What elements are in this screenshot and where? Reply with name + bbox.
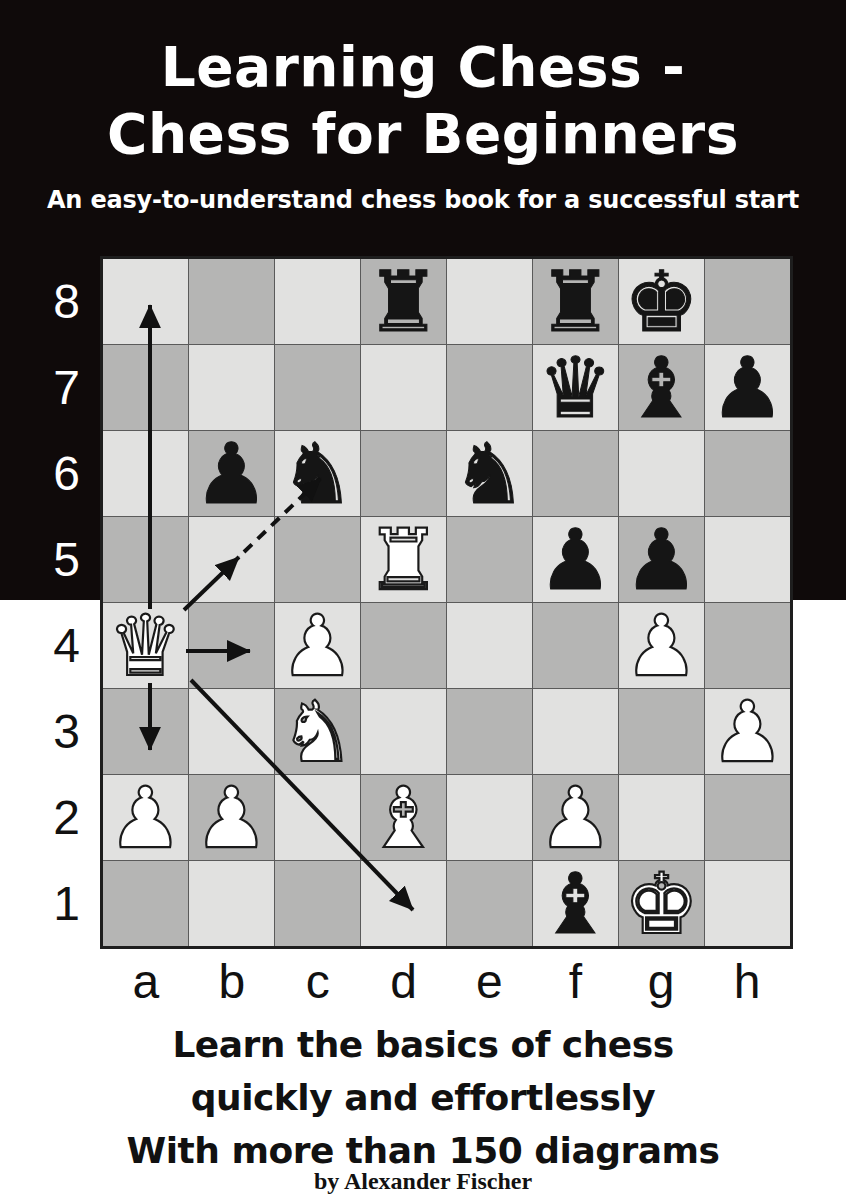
square-b1 bbox=[189, 861, 274, 946]
footer-tagline: Learn the basics of chess quickly and ef… bbox=[0, 1018, 846, 1177]
rank-label-1: 1 bbox=[0, 860, 96, 946]
white-pawn-a2: ♟ bbox=[103, 775, 188, 860]
square-c8 bbox=[275, 259, 360, 344]
square-g1: ♚ bbox=[619, 861, 704, 946]
square-a1 bbox=[103, 861, 188, 946]
book-title: Learning Chess - Chess for Beginners bbox=[0, 34, 846, 168]
white-pawn-h3: ♟ bbox=[705, 689, 790, 774]
square-e7 bbox=[447, 345, 532, 430]
square-g6 bbox=[619, 431, 704, 516]
square-f2: ♟ bbox=[533, 775, 618, 860]
square-f8: ♜ bbox=[533, 259, 618, 344]
square-e1 bbox=[447, 861, 532, 946]
rank-label-2: 2 bbox=[0, 774, 96, 860]
file-label-c: c bbox=[275, 948, 361, 1014]
black-bishop-f1: ♝ bbox=[533, 861, 618, 946]
square-f6 bbox=[533, 431, 618, 516]
square-f4 bbox=[533, 603, 618, 688]
square-g5: ♟ bbox=[619, 517, 704, 602]
rank-label-7: 7 bbox=[0, 345, 96, 431]
rank-labels: 87654321 bbox=[0, 259, 96, 946]
black-knight-c6: ♞ bbox=[275, 431, 360, 516]
square-a6 bbox=[103, 431, 188, 516]
footer-line1: Learn the basics of chess bbox=[0, 1018, 846, 1071]
square-d1 bbox=[361, 861, 446, 946]
book-subtitle: An easy-to-understand chess book for a s… bbox=[0, 186, 846, 214]
square-h7: ♟ bbox=[705, 345, 790, 430]
rank-label-5: 5 bbox=[0, 517, 96, 603]
footer-line2: quickly and effortlessly bbox=[0, 1071, 846, 1124]
square-d3 bbox=[361, 689, 446, 774]
rank-label-6: 6 bbox=[0, 431, 96, 517]
square-b6: ♟ bbox=[189, 431, 274, 516]
square-a5 bbox=[103, 517, 188, 602]
square-e8 bbox=[447, 259, 532, 344]
square-f5: ♟ bbox=[533, 517, 618, 602]
square-c3: ♞ bbox=[275, 689, 360, 774]
square-a3 bbox=[103, 689, 188, 774]
square-d6 bbox=[361, 431, 446, 516]
black-pawn-f5: ♟ bbox=[533, 517, 618, 602]
square-g4: ♟ bbox=[619, 603, 704, 688]
square-f1: ♝ bbox=[533, 861, 618, 946]
black-pawn-g5: ♟ bbox=[619, 517, 704, 602]
white-rook-d5: ♜ bbox=[361, 517, 446, 602]
square-c5 bbox=[275, 517, 360, 602]
square-d2: ♝ bbox=[361, 775, 446, 860]
square-h6 bbox=[705, 431, 790, 516]
square-b3 bbox=[189, 689, 274, 774]
square-c4: ♟ bbox=[275, 603, 360, 688]
square-d8: ♜ bbox=[361, 259, 446, 344]
square-g8: ♚ bbox=[619, 259, 704, 344]
file-label-a: a bbox=[103, 948, 189, 1014]
file-label-d: d bbox=[361, 948, 447, 1014]
square-e6: ♞ bbox=[447, 431, 532, 516]
square-g2 bbox=[619, 775, 704, 860]
black-pawn-h7: ♟ bbox=[705, 345, 790, 430]
square-f3 bbox=[533, 689, 618, 774]
black-king-g8: ♚ bbox=[619, 259, 704, 344]
file-label-b: b bbox=[189, 948, 275, 1014]
file-label-f: f bbox=[532, 948, 618, 1014]
rank-label-4: 4 bbox=[0, 603, 96, 689]
black-rook-f8: ♜ bbox=[533, 259, 618, 344]
square-c7 bbox=[275, 345, 360, 430]
black-bishop-g7: ♝ bbox=[619, 345, 704, 430]
square-h2 bbox=[705, 775, 790, 860]
square-b8 bbox=[189, 259, 274, 344]
rank-label-8: 8 bbox=[0, 259, 96, 345]
white-pawn-c4: ♟ bbox=[275, 603, 360, 688]
author-byline: by Alexander Fischer bbox=[0, 1168, 846, 1195]
square-a2: ♟ bbox=[103, 775, 188, 860]
square-b7 bbox=[189, 345, 274, 430]
black-knight-e6: ♞ bbox=[447, 431, 532, 516]
white-knight-c3: ♞ bbox=[275, 689, 360, 774]
file-label-e: e bbox=[447, 948, 533, 1014]
square-h8 bbox=[705, 259, 790, 344]
square-h3: ♟ bbox=[705, 689, 790, 774]
white-bishop-d2: ♝ bbox=[361, 775, 446, 860]
square-a4: ♛ bbox=[103, 603, 188, 688]
file-labels: abcdefgh bbox=[103, 948, 790, 1014]
black-rook-d8: ♜ bbox=[361, 259, 446, 344]
chess-board: ♜♜♚♛♝♟♟♞♞♜♟♟♛♟♟♞♟♟♟♝♟♝♚ bbox=[100, 256, 793, 949]
square-h5 bbox=[705, 517, 790, 602]
square-c2 bbox=[275, 775, 360, 860]
black-pawn-b6: ♟ bbox=[189, 431, 274, 516]
square-e4 bbox=[447, 603, 532, 688]
square-e5 bbox=[447, 517, 532, 602]
square-f7: ♛ bbox=[533, 345, 618, 430]
square-h1 bbox=[705, 861, 790, 946]
book-title-line1: Learning Chess - bbox=[0, 34, 846, 101]
square-d4 bbox=[361, 603, 446, 688]
square-h4 bbox=[705, 603, 790, 688]
square-c6: ♞ bbox=[275, 431, 360, 516]
square-b5 bbox=[189, 517, 274, 602]
square-d7 bbox=[361, 345, 446, 430]
white-pawn-g4: ♟ bbox=[619, 603, 704, 688]
square-g7: ♝ bbox=[619, 345, 704, 430]
white-king-g1: ♚ bbox=[619, 861, 704, 946]
file-label-h: h bbox=[704, 948, 790, 1014]
white-pawn-b2: ♟ bbox=[189, 775, 274, 860]
square-d5: ♜ bbox=[361, 517, 446, 602]
square-b4 bbox=[189, 603, 274, 688]
black-queen-f7: ♛ bbox=[533, 345, 618, 430]
square-a7 bbox=[103, 345, 188, 430]
white-pawn-f2: ♟ bbox=[533, 775, 618, 860]
square-g3 bbox=[619, 689, 704, 774]
square-a8 bbox=[103, 259, 188, 344]
square-b2: ♟ bbox=[189, 775, 274, 860]
white-queen-a4: ♛ bbox=[103, 603, 188, 688]
file-label-g: g bbox=[618, 948, 704, 1014]
square-c1 bbox=[275, 861, 360, 946]
book-title-line2: Chess for Beginners bbox=[0, 101, 846, 168]
rank-label-3: 3 bbox=[0, 688, 96, 774]
square-e3 bbox=[447, 689, 532, 774]
square-e2 bbox=[447, 775, 532, 860]
